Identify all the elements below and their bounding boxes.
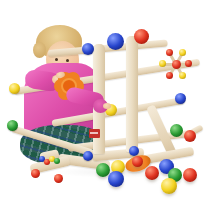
track-ball-green-end (170, 124, 183, 137)
cart-wheel-rear (54, 174, 63, 183)
child-eye-right (66, 59, 69, 62)
knob-blue-right (175, 93, 186, 104)
cart-bead-green (54, 158, 60, 164)
spinner-bead-red (166, 72, 173, 79)
photo-scene (0, 0, 205, 205)
knob-blue-base (83, 151, 93, 161)
spinner-bead-red (166, 49, 173, 56)
child-eye-left (55, 58, 58, 61)
brand-label-mark (90, 132, 98, 134)
knob-yellow-left (9, 83, 20, 94)
track-ball-blue (107, 33, 124, 50)
floor-ball-yellow (161, 178, 177, 194)
floor-ball-red (145, 166, 159, 180)
child-fingers-left (103, 103, 111, 109)
knob-blue-post-base (129, 146, 139, 156)
track-ball-red-end (184, 130, 196, 142)
floor-ball-blue (108, 171, 124, 187)
knob-green-left (7, 120, 18, 131)
upright-post-right (126, 36, 138, 152)
knob-blue-top (82, 43, 94, 55)
spinner-bead-red (185, 60, 192, 67)
track-ball-red (134, 29, 149, 44)
spinner-center-bead (172, 60, 181, 69)
flower-ring-ball-red (132, 156, 143, 167)
spinner-bead-yellow (179, 49, 186, 56)
spinner-bead-yellow (179, 72, 186, 79)
spinner-bead-yellow (159, 60, 166, 67)
child-hair-curl (33, 42, 46, 58)
floor-ball-red (183, 168, 197, 182)
cart-wheel-front (31, 169, 40, 178)
